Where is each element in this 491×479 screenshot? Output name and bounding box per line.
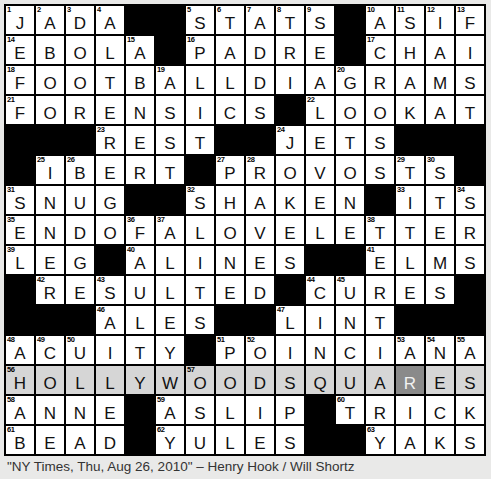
grid-cell[interactable]: D [246,66,274,94]
grid-cell[interactable]: W [156,366,184,394]
grid-cell[interactable]: D [246,276,274,304]
grid-cell[interactable]: L [216,426,244,454]
grid-cell[interactable]: 30S [426,156,454,184]
grid-cell[interactable]: N [36,396,64,424]
grid-cell[interactable]: 19A [156,66,184,94]
grid-cell[interactable]: 54N [426,336,454,364]
cell-letter: F [456,15,484,33]
cell-letter: O [216,375,244,393]
grid-cell[interactable]: 5S [186,6,214,34]
clue-number: 3 [67,6,71,14]
black-cell [336,426,364,454]
grid-cell[interactable]: 33I [396,186,424,214]
grid-cell[interactable]: 46A [96,306,124,334]
grid-cell[interactable]: E [336,216,364,244]
cell-letter: N [36,405,64,423]
grid-cell[interactable]: I [246,396,274,424]
grid-cell[interactable]: E [66,276,94,304]
grid-cell[interactable]: S [186,396,214,424]
cell-letter: I [96,345,124,363]
cell-letter: L [156,285,184,303]
grid-cell[interactable]: 51P [216,336,244,364]
grid-cell[interactable]: N [306,336,334,364]
black-cell [336,36,364,64]
grid-cell[interactable]: D [246,36,274,64]
grid-cell[interactable]: R [366,396,394,424]
cell-letter: A [36,15,64,33]
cell-letter: I [426,15,454,33]
grid-cell[interactable]: L [156,246,184,274]
grid-cell[interactable]: L [96,366,124,394]
cell-letter: L [306,225,334,243]
cell-letter: A [426,105,454,123]
grid-cell[interactable]: 27P [216,156,244,184]
grid-cell[interactable]: C [426,396,454,424]
grid-cell[interactable]: I [456,36,484,64]
cell-letter: C [306,285,334,303]
grid-cell[interactable]: Y [126,366,154,394]
cell-letter: C [36,345,64,363]
grid-cell[interactable]: E [96,396,124,424]
clue-number: 33 [397,186,405,194]
clue-number: 47 [277,306,285,314]
grid-cell[interactable]: E [276,216,304,244]
grid-cell[interactable]: K [426,426,454,454]
grid-cell[interactable]: 47L [276,306,304,334]
grid-cell[interactable]: 4A [96,6,124,34]
grid-cell[interactable]: T [336,126,364,154]
grid-cell[interactable]: O [366,96,394,124]
grid-cell[interactable]: E [96,96,124,124]
grid-cell[interactable]: U [66,186,94,214]
grid-cell[interactable]: 57O [186,366,214,394]
grid-cell[interactable]: S [186,306,214,334]
grid-cell[interactable]: A [66,426,94,454]
grid-cell[interactable]: 20G [336,66,364,94]
grid-cell[interactable]: 38T [366,216,394,244]
grid-cell[interactable]: S [456,66,484,94]
cell-letter: L [6,255,34,273]
clue-number: 9 [307,6,311,14]
grid-cell[interactable]: R [366,276,394,304]
cell-letter: S [456,435,484,453]
grid-cell[interactable]: 53A [396,336,424,364]
grid-cell[interactable]: 40A [126,246,154,274]
grid-cell[interactable]: E [426,216,454,244]
grid-cell[interactable]: L [126,306,154,334]
cell-letter: T [96,75,124,93]
grid-cell[interactable]: 48A [6,336,34,364]
grid-cell[interactable]: O [66,66,94,94]
black-cell [96,246,124,274]
grid-cell[interactable]: A [246,186,274,214]
grid-cell[interactable]: 10A [366,6,394,34]
grid-cell[interactable]: O [336,96,364,124]
grid-cell[interactable]: 44C [306,276,334,304]
grid-cell[interactable]: O [336,156,364,184]
cell-letter: S [186,405,214,423]
grid-cell[interactable]: I [186,96,214,124]
grid-cell[interactable]: 59A [156,396,184,424]
grid-cell[interactable]: U [186,426,214,454]
grid-cell[interactable]: M [426,246,454,274]
grid-cell[interactable]: O [36,96,64,124]
cell-letter: N [36,195,64,213]
grid-cell[interactable]: E [216,276,244,304]
grid-cell[interactable]: R [456,216,484,244]
grid-cell[interactable]: A [396,426,424,454]
grid-cell[interactable]: 22L [306,96,334,124]
grid-cell[interactable]: 29T [396,156,424,184]
grid-cell[interactable]: T [396,216,424,244]
grid-cell[interactable]: I [276,336,304,364]
clue-number: 19 [157,66,165,74]
grid-cell[interactable]: O [36,366,64,394]
grid-cell[interactable]: 17C [366,36,394,64]
cell-letter: E [246,435,274,453]
grid-cell[interactable]: P [276,396,304,424]
grid-cell[interactable]: D [246,366,274,394]
grid-cell[interactable]: 55A [456,336,484,364]
cell-letter: T [336,405,364,423]
grid-cell[interactable]: E [306,126,334,154]
grid-cell[interactable]: 61B [6,426,34,454]
grid-cell[interactable]: H [216,186,244,214]
cell-letter: M [426,75,454,93]
cell-letter: E [276,225,304,243]
grid-cell[interactable]: S [426,276,454,304]
grid-cell[interactable]: R [276,36,304,64]
grid-cell[interactable]: L [96,36,124,64]
cell-letter: B [36,45,64,63]
grid-cell[interactable]: E [156,306,184,334]
clue-number: 36 [127,216,135,224]
grid-cell[interactable]: 15A [126,36,154,64]
clue-number: 10 [367,6,375,14]
grid-cell[interactable]: 45U [336,276,364,304]
cell-letter: L [96,45,124,63]
clue-number: 15 [127,36,135,44]
grid-cell[interactable]: N [336,306,364,334]
grid-cell[interactable]: R [66,96,94,124]
cell-letter: E [96,105,124,123]
grid-cell[interactable]: S [456,366,484,394]
cell-letter: A [6,345,34,363]
black-cell [36,306,64,334]
grid-cell[interactable]: N [336,186,364,214]
grid-cell[interactable]: C [336,336,364,364]
clue-number: 62 [157,426,165,434]
grid-cell[interactable]: R [366,66,394,94]
cell-letter: E [426,375,454,393]
cell-letter: U [336,285,364,303]
grid-cell[interactable]: B [36,36,64,64]
cell-letter: I [366,345,394,363]
grid-cell[interactable]: 36F [126,216,154,244]
clue-number: 61 [7,426,15,434]
grid-cell[interactable]: V [306,156,334,184]
grid-cell[interactable]: T [156,156,184,184]
cell-letter: R [126,165,154,183]
cell-letter: B [126,75,154,93]
grid-cell[interactable]: O [96,216,124,244]
black-cell [366,186,394,214]
grid-cell[interactable]: S [456,246,484,274]
grid-cell[interactable]: A [366,366,394,394]
cell-letter: S [426,165,454,183]
grid-cell[interactable]: K [456,396,484,424]
cell-letter: O [336,105,364,123]
grid-cell[interactable]: 24J [276,126,304,154]
grid-cell[interactable]: 34S [456,186,484,214]
cell-letter: U [186,435,214,453]
grid-cell[interactable]: Q [306,366,334,394]
cell-letter: A [216,45,244,63]
grid-cell[interactable]: S [276,366,304,394]
black-cell [126,186,154,214]
grid-cell[interactable]: L [156,276,184,304]
cell-letter: O [276,165,304,183]
clue-number: 18 [7,66,15,74]
grid-cell[interactable]: 21F [6,96,34,124]
grid-cell[interactable]: K [276,186,304,214]
grid-cell[interactable]: G [96,186,124,214]
clue-number: 50 [67,336,75,344]
cell-letter: S [456,75,484,93]
grid-cell[interactable]: D [66,216,94,244]
grid-cell[interactable]: S [156,126,184,154]
grid-cell[interactable]: 8T [276,6,304,34]
grid-cell[interactable]: 52O [246,336,274,364]
black-cell [156,36,184,64]
grid-cell[interactable]: D [96,426,124,454]
cell-letter: R [366,285,394,303]
grid-cell[interactable]: S [366,126,394,154]
cell-letter: L [396,255,424,273]
clue-number: 52 [247,336,255,344]
grid-cell[interactable]: E [396,276,424,304]
grid-cell[interactable]: 63Y [366,426,394,454]
clue-number: 6 [217,6,221,14]
grid-cell[interactable]: O [276,156,304,184]
black-cell [276,276,304,304]
grid-cell[interactable]: U [336,366,364,394]
cell-letter: D [246,375,274,393]
grid-cell[interactable]: 50U [66,336,94,364]
grid-cell[interactable]: O [216,216,244,244]
grid-cell[interactable]: E [96,156,124,184]
cell-letter: Q [306,375,334,393]
clue-number: 26 [67,156,75,164]
grid-cell[interactable]: 37A [156,216,184,244]
clue-number: 57 [187,366,195,374]
cell-letter: L [306,105,334,123]
grid-cell[interactable]: I [96,336,124,364]
black-cell [216,126,244,154]
cell-letter: A [126,255,154,273]
grid-cell[interactable]: E [306,36,334,64]
grid-cell[interactable]: T [96,66,124,94]
grid-cell[interactable]: A [426,96,454,124]
grid-cell[interactable]: 39L [6,246,34,274]
clue-number: 42 [37,276,45,284]
grid-cell[interactable]: 13F [456,6,484,34]
clue-number: 34 [457,186,465,194]
cell-letter: H [396,45,424,63]
clue-number: 63 [367,426,375,434]
grid-cell[interactable]: 31S [6,186,34,214]
cell-letter: E [96,405,124,423]
grid-cell[interactable]: A [396,66,424,94]
grid-cell[interactable]: S [276,426,304,454]
grid-cell[interactable]: A [306,66,334,94]
grid-cell[interactable]: N [36,216,64,244]
cell-letter: L [126,315,154,333]
grid-cell[interactable]: N [36,186,64,214]
grid-cell[interactable]: L [396,246,424,274]
grid-cell[interactable]: V [246,216,274,244]
grid-cell[interactable]: 11S [396,6,424,34]
cell-letter: P [186,45,214,63]
cell-letter: I [186,105,214,123]
grid-cell[interactable]: 41E [366,246,394,274]
grid-cell[interactable]: S [456,426,484,454]
grid-cell[interactable]: O [36,66,64,94]
grid-cell[interactable]: 23R [96,126,124,154]
grid-cell[interactable]: L [306,216,334,244]
grid-cell[interactable]: 18F [6,66,34,94]
clue-number: 16 [187,36,195,44]
grid-cell[interactable]: E [246,426,274,454]
black-cell [216,306,244,334]
grid-cell[interactable]: I [306,306,334,334]
grid-cell[interactable]: T [126,336,154,364]
cell-letter: S [156,105,184,123]
grid-cell[interactable]: 6T [216,6,244,34]
clue-number: 54 [427,336,435,344]
cell-letter: A [396,75,424,93]
cell-letter: I [276,75,304,93]
cell-letter: U [66,345,94,363]
grid-cell[interactable]: M [426,66,454,94]
grid-cell[interactable]: E [426,366,454,394]
grid-cell[interactable]: 26B [66,156,94,184]
grid-cell[interactable]: T [426,186,454,214]
grid-cell[interactable]: I [366,336,394,364]
grid-cell[interactable]: E [126,126,154,154]
grid-cell[interactable]: 14E [6,36,34,64]
cell-letter: H [216,195,244,213]
selected-cell[interactable]: R [396,366,424,394]
cell-letter: E [306,45,334,63]
grid-cell[interactable]: O [216,366,244,394]
grid-cell[interactable]: 43S [96,276,124,304]
grid-cell[interactable]: 62Y [156,426,184,454]
grid-cell[interactable]: 58A [6,396,34,424]
grid-cell[interactable]: S [246,96,274,124]
grid-cell[interactable]: S [366,156,394,184]
grid-cell[interactable]: 9S [306,6,334,34]
cell-letter: O [216,225,244,243]
grid-cell[interactable]: 2A [36,6,64,34]
grid-cell[interactable]: A [426,36,454,64]
grid-cell[interactable]: L [216,396,244,424]
grid-cell[interactable]: L [216,66,244,94]
clue-number: 51 [217,336,225,344]
grid-cell[interactable]: N [66,396,94,424]
grid-cell[interactable]: I [396,396,424,424]
grid-cell[interactable]: 16P [186,36,214,64]
black-cell [156,6,184,34]
grid-cell[interactable]: K [396,96,424,124]
grid-cell[interactable]: R [126,156,154,184]
grid-cell[interactable]: I [186,246,214,274]
grid-cell[interactable]: S [156,96,184,124]
grid-cell[interactable]: Y [156,336,184,364]
grid-cell[interactable]: 32S [186,186,214,214]
grid-cell[interactable]: H [396,36,424,64]
cell-letter: L [186,75,214,93]
grid-cell[interactable]: U [126,276,154,304]
grid-cell[interactable]: 3D [66,6,94,34]
grid-cell[interactable]: O [66,36,94,64]
grid-cell[interactable]: N [216,246,244,274]
grid-cell[interactable]: 12I [426,6,454,34]
grid-cell[interactable]: 28R [246,156,274,184]
grid-cell[interactable]: E [36,246,64,274]
grid-cell[interactable]: 7A [246,6,274,34]
cell-letter: L [216,405,244,423]
cell-letter: D [246,45,274,63]
grid-cell[interactable]: 1J [6,6,34,34]
cell-letter: B [6,435,34,453]
grid-cell[interactable]: T [366,306,394,334]
grid-cell[interactable]: L [186,66,214,94]
grid-cell[interactable]: E [36,426,64,454]
clue-number: 58 [7,396,15,404]
grid-cell[interactable]: G [66,246,94,274]
grid-cell[interactable]: T [186,276,214,304]
grid-cell[interactable]: 49C [36,336,64,364]
grid-cell[interactable]: 35E [6,216,34,244]
clue-number: 39 [7,246,15,254]
cell-letter: E [306,195,334,213]
grid-cell[interactable]: E [306,186,334,214]
grid-cell[interactable]: 42R [36,276,64,304]
black-cell [6,126,34,154]
grid-cell[interactable]: L [66,366,94,394]
grid-cell[interactable]: T [456,96,484,124]
black-cell [126,426,154,454]
grid-cell[interactable]: S [276,246,304,274]
grid-cell[interactable]: 60T [336,396,364,424]
black-cell [66,306,94,334]
grid-cell[interactable]: 56H [6,366,34,394]
grid-cell[interactable]: I [276,66,304,94]
grid-cell[interactable]: C [216,96,244,124]
cell-letter: G [96,195,124,213]
grid-cell[interactable]: A [216,36,244,64]
grid-cell[interactable]: N [126,96,154,124]
cell-letter: Y [156,345,184,363]
grid-cell[interactable]: 25I [36,156,64,184]
grid-cell[interactable]: E [246,246,274,274]
cell-letter: U [66,195,94,213]
grid-cell[interactable]: B [126,66,154,94]
cell-letter: E [366,255,394,273]
grid-cell[interactable]: T [186,126,214,154]
grid-cell[interactable]: L [186,216,214,244]
